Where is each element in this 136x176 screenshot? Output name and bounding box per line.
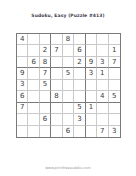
cell-r2c1 [17,45,28,56]
cell-r7c1: 7 [17,103,28,114]
cell-r3c6: 2 [74,57,85,68]
cell-r4c9 [109,68,120,79]
cell-r4c1: 9 [17,68,28,79]
cell-r1c5: 8 [63,34,74,45]
cell-r5c9 [109,80,120,91]
cell-r6c6 [74,91,85,102]
cell-r7c7: 1 [86,103,97,114]
cell-r8c4 [51,114,62,125]
cell-r5c3: 5 [40,80,51,91]
cell-r4c2 [28,68,39,79]
cell-r3c2: 6 [28,57,39,68]
cell-r8c2 [28,114,39,125]
cell-r6c5 [63,91,74,102]
cell-r5c1: 3 [17,80,28,91]
footer-url: www.printfreesudoku.com [0,166,136,170]
cell-r4c6 [74,68,85,79]
cell-r9c5: 6 [63,126,74,137]
cell-r2c4: 7 [51,45,62,56]
cell-r2c9: 1 [109,45,120,56]
cell-r5c6 [74,80,85,91]
cell-r1c1: 4 [17,34,28,45]
cell-r3c4 [51,57,62,68]
cell-r7c2 [28,103,39,114]
cell-r9c9: 3 [109,126,120,137]
cell-r3c5 [63,57,74,68]
cell-r8c7 [86,114,97,125]
cell-r9c3 [40,126,51,137]
cell-r6c3 [40,91,51,102]
cell-r2c6: 6 [74,45,85,56]
cell-r7c4 [51,103,62,114]
cell-r4c3: 7 [40,68,51,79]
cell-r5c8 [97,80,108,91]
cell-r7c8 [97,103,108,114]
cell-r2c8 [97,45,108,56]
cell-r2c7 [86,45,97,56]
cell-r1c9 [109,34,120,45]
cell-r9c4 [51,126,62,137]
cell-r5c2 [28,80,39,91]
cell-r4c7: 3 [86,68,97,79]
cell-r3c1 [17,57,28,68]
cell-r5c5 [63,80,74,91]
cell-r9c8: 7 [97,126,108,137]
cell-r6c1: 6 [17,91,28,102]
cell-r9c1 [17,126,28,137]
cell-r6c7 [86,91,97,102]
cell-r7c5 [63,103,74,114]
cell-r5c4 [51,80,62,91]
cell-r4c4 [51,68,62,79]
cell-r8c8 [97,114,108,125]
cell-r3c7: 9 [86,57,97,68]
page-title: Sudoku, Easy (Puzzle #413) [0,13,136,18]
cell-r1c6 [74,34,85,45]
cell-r1c8 [97,34,108,45]
cell-r2c5 [63,45,74,56]
cell-r1c2 [28,34,39,45]
cell-r1c4 [51,34,62,45]
cell-r7c6: 5 [74,103,85,114]
cell-r8c1 [17,114,28,125]
cell-r2c3: 2 [40,45,51,56]
cell-r8c3: 6 [40,114,51,125]
cell-r9c7 [86,126,97,137]
cell-r6c9: 5 [109,91,120,102]
cell-r6c8: 4 [97,91,108,102]
cell-r8c6: 3 [74,114,85,125]
cell-r4c8: 1 [97,68,108,79]
cell-r1c7 [86,34,97,45]
cell-r6c4: 8 [51,91,62,102]
cell-r8c9 [109,114,120,125]
cell-r2c2 [28,45,39,56]
sudoku-board: 4827616829379753135684575163673 [16,33,121,138]
cell-r3c9: 7 [109,57,120,68]
cell-r9c2 [28,126,39,137]
cell-r9c6 [74,126,85,137]
cell-r3c3: 8 [40,57,51,68]
cell-r1c3 [40,34,51,45]
cell-r6c2 [28,91,39,102]
cell-r4c5: 5 [63,68,74,79]
cell-r8c5 [63,114,74,125]
cell-r3c8: 3 [97,57,108,68]
cell-r7c3 [40,103,51,114]
cell-r7c9 [109,103,120,114]
cell-r5c7 [86,80,97,91]
